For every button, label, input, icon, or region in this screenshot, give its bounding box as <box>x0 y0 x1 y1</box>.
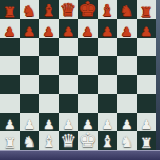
square-c8[interactable]: ♝ <box>39 0 59 19</box>
square-h1[interactable]: ♜ <box>137 131 157 150</box>
square-e8[interactable]: ♚ <box>78 0 98 19</box>
piece-white-pawn-g2[interactable]: ♟ <box>121 118 133 131</box>
square-a5[interactable] <box>0 56 20 75</box>
square-b1[interactable]: ♞ <box>20 131 40 150</box>
square-f6[interactable] <box>98 38 118 57</box>
piece-white-king-e1[interactable]: ♚ <box>79 130 97 150</box>
square-g8[interactable]: ♞ <box>117 0 137 19</box>
piece-white-queen-d1[interactable]: ♛ <box>60 132 76 150</box>
piece-white-pawn-a2[interactable]: ♟ <box>4 118 16 131</box>
square-h7[interactable]: ♟ <box>137 19 157 38</box>
square-d3[interactable] <box>59 94 79 113</box>
square-c4[interactable] <box>39 75 59 94</box>
square-g6[interactable] <box>117 38 137 57</box>
piece-white-rook-a1[interactable]: ♜ <box>3 136 16 150</box>
piece-white-pawn-f2[interactable]: ♟ <box>101 118 113 131</box>
square-d1[interactable]: ♛ <box>59 131 79 150</box>
piece-white-knight-b1[interactable]: ♞ <box>23 135 36 150</box>
square-a8[interactable]: ♜ <box>0 0 20 19</box>
square-a6[interactable] <box>0 38 20 57</box>
piece-white-bishop-f1[interactable]: ♝ <box>100 134 114 150</box>
piece-red-king-e8[interactable]: ♚ <box>79 0 97 19</box>
square-e4[interactable] <box>78 75 98 94</box>
square-e1[interactable]: ♚ <box>78 131 98 150</box>
square-h2[interactable]: ♟ <box>137 113 157 132</box>
square-c1[interactable]: ♝ <box>39 131 59 150</box>
square-f7[interactable]: ♟ <box>98 19 118 38</box>
square-a1[interactable]: ♜ <box>0 131 20 150</box>
chess-board[interactable]: ♜♞♝♛♚♝♞♜♟♟♟♟♟♟♟♟♟♟♟♟♟♟♟♟♜♞♝♛♚♝♞♜ <box>0 0 156 150</box>
piece-red-bishop-c8[interactable]: ♝ <box>42 3 56 19</box>
square-e7[interactable]: ♟ <box>78 19 98 38</box>
piece-white-rook-h1[interactable]: ♜ <box>140 136 153 150</box>
piece-red-rook-h8[interactable]: ♜ <box>140 5 153 19</box>
square-c3[interactable] <box>39 94 59 113</box>
piece-red-knight-b8[interactable]: ♞ <box>23 4 36 19</box>
piece-white-bishop-c1[interactable]: ♝ <box>42 134 56 150</box>
square-d8[interactable]: ♛ <box>59 0 79 19</box>
chess-game-screen: ♜♞♝♛♚♝♞♜♟♟♟♟♟♟♟♟♟♟♟♟♟♟♟♟♜♞♝♛♚♝♞♜ <box>0 0 160 160</box>
square-d6[interactable] <box>59 38 79 57</box>
square-d2[interactable]: ♟ <box>59 113 79 132</box>
square-b6[interactable] <box>20 38 40 57</box>
piece-white-pawn-c2[interactable]: ♟ <box>43 118 55 131</box>
square-e5[interactable] <box>78 56 98 75</box>
square-b8[interactable]: ♞ <box>20 0 40 19</box>
square-e6[interactable] <box>78 38 98 57</box>
piece-red-pawn-b7[interactable]: ♟ <box>23 25 35 38</box>
square-f8[interactable]: ♝ <box>98 0 118 19</box>
square-g4[interactable] <box>117 75 137 94</box>
square-h8[interactable]: ♜ <box>137 0 157 19</box>
square-c2[interactable]: ♟ <box>39 113 59 132</box>
square-f5[interactable] <box>98 56 118 75</box>
square-d7[interactable]: ♟ <box>59 19 79 38</box>
piece-red-pawn-c7[interactable]: ♟ <box>43 25 55 38</box>
square-h4[interactable] <box>137 75 157 94</box>
board-front-edge <box>0 150 160 160</box>
piece-red-pawn-a7[interactable]: ♟ <box>4 25 16 38</box>
square-a7[interactable]: ♟ <box>0 19 20 38</box>
piece-white-pawn-b2[interactable]: ♟ <box>23 118 35 131</box>
square-g7[interactable]: ♟ <box>117 19 137 38</box>
piece-red-rook-a8[interactable]: ♜ <box>3 5 16 19</box>
square-b4[interactable] <box>20 75 40 94</box>
piece-white-knight-g1[interactable]: ♞ <box>120 135 133 150</box>
square-a4[interactable] <box>0 75 20 94</box>
board-right-edge <box>156 0 160 160</box>
square-g3[interactable] <box>117 94 137 113</box>
square-c7[interactable]: ♟ <box>39 19 59 38</box>
square-b3[interactable] <box>20 94 40 113</box>
piece-red-pawn-g7[interactable]: ♟ <box>121 25 133 38</box>
square-d4[interactable] <box>59 75 79 94</box>
piece-red-pawn-e7[interactable]: ♟ <box>82 25 94 38</box>
square-e3[interactable] <box>78 94 98 113</box>
square-f2[interactable]: ♟ <box>98 113 118 132</box>
square-g2[interactable]: ♟ <box>117 113 137 132</box>
square-c6[interactable] <box>39 38 59 57</box>
square-b2[interactable]: ♟ <box>20 113 40 132</box>
piece-red-pawn-d7[interactable]: ♟ <box>62 25 74 38</box>
piece-red-queen-d8[interactable]: ♛ <box>60 1 76 19</box>
square-h6[interactable] <box>137 38 157 57</box>
square-h3[interactable] <box>137 94 157 113</box>
square-f4[interactable] <box>98 75 118 94</box>
piece-red-bishop-f8[interactable]: ♝ <box>100 3 114 19</box>
square-g5[interactable] <box>117 56 137 75</box>
square-h5[interactable] <box>137 56 157 75</box>
square-a3[interactable] <box>0 94 20 113</box>
piece-red-knight-g8[interactable]: ♞ <box>120 4 133 19</box>
square-g1[interactable]: ♞ <box>117 131 137 150</box>
square-f1[interactable]: ♝ <box>98 131 118 150</box>
square-d5[interactable] <box>59 56 79 75</box>
piece-white-pawn-h2[interactable]: ♟ <box>140 118 152 131</box>
square-b7[interactable]: ♟ <box>20 19 40 38</box>
piece-red-pawn-h7[interactable]: ♟ <box>140 25 152 38</box>
piece-red-pawn-f7[interactable]: ♟ <box>101 25 113 38</box>
square-b5[interactable] <box>20 56 40 75</box>
square-a2[interactable]: ♟ <box>0 113 20 132</box>
square-f3[interactable] <box>98 94 118 113</box>
square-c5[interactable] <box>39 56 59 75</box>
